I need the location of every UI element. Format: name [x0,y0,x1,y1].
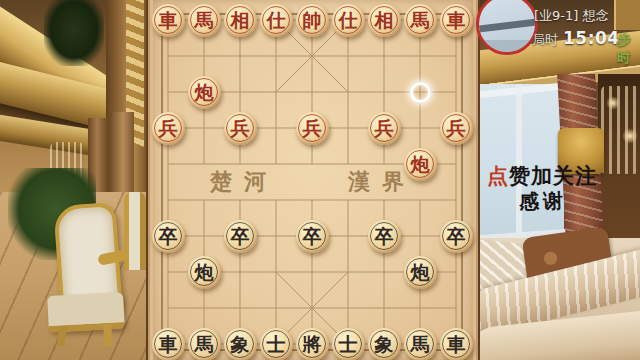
piece-red-兵[interactable]: 兵 [224,112,257,145]
piece-black-卒[interactable]: 卒 [440,220,473,253]
piece-black-馬[interactable]: 馬 [188,328,221,360]
piece-black-卒[interactable]: 卒 [296,220,329,253]
piece-red-兵[interactable]: 兵 [440,112,473,145]
river-label-chu-he: 楚河 [210,167,278,197]
player-tag: [业9-1] 想念 [534,7,609,25]
promo-text-line2: 感谢 [519,187,568,216]
piece-black-士[interactable]: 士 [332,328,365,360]
game-time-value: 15:04 [563,28,620,48]
piece-black-士[interactable]: 士 [260,328,293,360]
game-time-label: 局时 [532,32,558,47]
xiangqi-board[interactable]: 楚河 漢界 車馬相仕帥仕相馬車炮兵兵兵兵兵炮卒卒卒卒卒炮炮車馬象士將士象馬車 [146,0,480,360]
ceiling-plant [44,0,104,66]
left-background-photo [0,0,146,360]
piece-black-車[interactable]: 車 [152,328,185,360]
piece-black-卒[interactable]: 卒 [368,220,401,253]
piece-black-馬[interactable]: 馬 [404,328,437,360]
piece-red-車[interactable]: 車 [440,4,473,37]
game-clock: 局时15:04 [532,28,620,49]
piece-black-炮[interactable]: 炮 [188,256,221,289]
piece-red-車[interactable]: 車 [152,4,185,37]
piece-red-炮[interactable]: 炮 [404,148,437,181]
piece-black-象[interactable]: 象 [368,328,401,360]
piece-red-相[interactable]: 相 [224,4,257,37]
last-move-from-marker [410,82,431,103]
piece-black-象[interactable]: 象 [224,328,257,360]
piece-black-卒[interactable]: 卒 [152,220,185,253]
piece-red-馬[interactable]: 馬 [404,4,437,37]
piece-red-兵[interactable]: 兵 [152,112,185,145]
piece-black-卒[interactable]: 卒 [224,220,257,253]
board-grid [146,0,480,360]
piece-black-車[interactable]: 車 [440,328,473,360]
piece-black-將[interactable]: 將 [296,328,329,360]
step-time-label: 步时 [617,31,640,67]
picture-frame [614,0,640,30]
piece-red-兵[interactable]: 兵 [296,112,329,145]
promo-text-line1: 点赞加关注 [487,162,597,190]
piece-red-仕[interactable]: 仕 [332,4,365,37]
gold-chair-far [124,192,146,270]
piece-black-炮[interactable]: 炮 [404,256,437,289]
piece-red-炮[interactable]: 炮 [188,76,221,109]
piece-red-馬[interactable]: 馬 [188,4,221,37]
piece-red-相[interactable]: 相 [368,4,401,37]
piece-red-兵[interactable]: 兵 [368,112,401,145]
piece-red-帥[interactable]: 帥 [296,4,329,37]
piece-red-仕[interactable]: 仕 [260,4,293,37]
xiangqi-live-screen: 楚河 漢界 車馬相仕帥仕相馬車炮兵兵兵兵兵炮卒卒卒卒卒炮炮車馬象士將士象馬車 [… [0,0,640,360]
